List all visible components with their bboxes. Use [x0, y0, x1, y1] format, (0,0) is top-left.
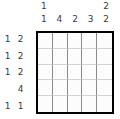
- board-cell[interactable]: [97, 96, 112, 112]
- row-clue: 1: [1, 101, 14, 111]
- column-clues: 1 2 1 4 2 3 2: [36, 0, 114, 31]
- row-clues: 1 2 1 2 1 2 4 1 1: [0, 31, 36, 114]
- board-cell[interactable]: [82, 49, 97, 65]
- col-clue: 1: [36, 0, 52, 13]
- board-cell[interactable]: [68, 65, 83, 81]
- row-clue: 1: [1, 67, 14, 77]
- col-clue: 4: [52, 13, 68, 26]
- board-cell[interactable]: [68, 33, 83, 49]
- col-clue: 1: [36, 13, 52, 26]
- row-clue: 4: [14, 84, 27, 94]
- col-clue: 3: [83, 13, 99, 26]
- board-cell[interactable]: [53, 96, 68, 112]
- board-cell[interactable]: [38, 96, 53, 112]
- board-cell[interactable]: [68, 80, 83, 96]
- board-cell[interactable]: [82, 65, 97, 81]
- row-clue: 1: [14, 101, 27, 111]
- board-cell[interactable]: [53, 80, 68, 96]
- puzzle-board: [36, 31, 114, 114]
- row-clue: 2: [14, 34, 27, 44]
- board-cell[interactable]: [53, 49, 68, 65]
- col-clue: 2: [98, 13, 114, 26]
- board-cell[interactable]: [38, 33, 53, 49]
- board-cell[interactable]: [82, 33, 97, 49]
- col-clue: 2: [98, 0, 114, 13]
- board-cell[interactable]: [97, 49, 112, 65]
- board-cell[interactable]: [68, 96, 83, 112]
- board-cell[interactable]: [38, 80, 53, 96]
- board-cell[interactable]: [38, 65, 53, 81]
- nonogram-puzzle: 1 2 1 4 2 3 2 1 2 1 2 1 2 4 1 1: [0, 0, 120, 119]
- board-cell[interactable]: [82, 80, 97, 96]
- board-cell[interactable]: [38, 49, 53, 65]
- row-clue: 1: [1, 34, 14, 44]
- board-cell[interactable]: [53, 65, 68, 81]
- col-clue: 2: [67, 13, 83, 26]
- board-cell[interactable]: [97, 65, 112, 81]
- board-cell[interactable]: [53, 33, 68, 49]
- row-clue: 2: [14, 67, 27, 77]
- board-cell[interactable]: [68, 49, 83, 65]
- board-cell[interactable]: [97, 33, 112, 49]
- row-clue: 1: [1, 51, 14, 61]
- board-cell[interactable]: [97, 80, 112, 96]
- board-cell[interactable]: [82, 96, 97, 112]
- row-clue: 2: [14, 51, 27, 61]
